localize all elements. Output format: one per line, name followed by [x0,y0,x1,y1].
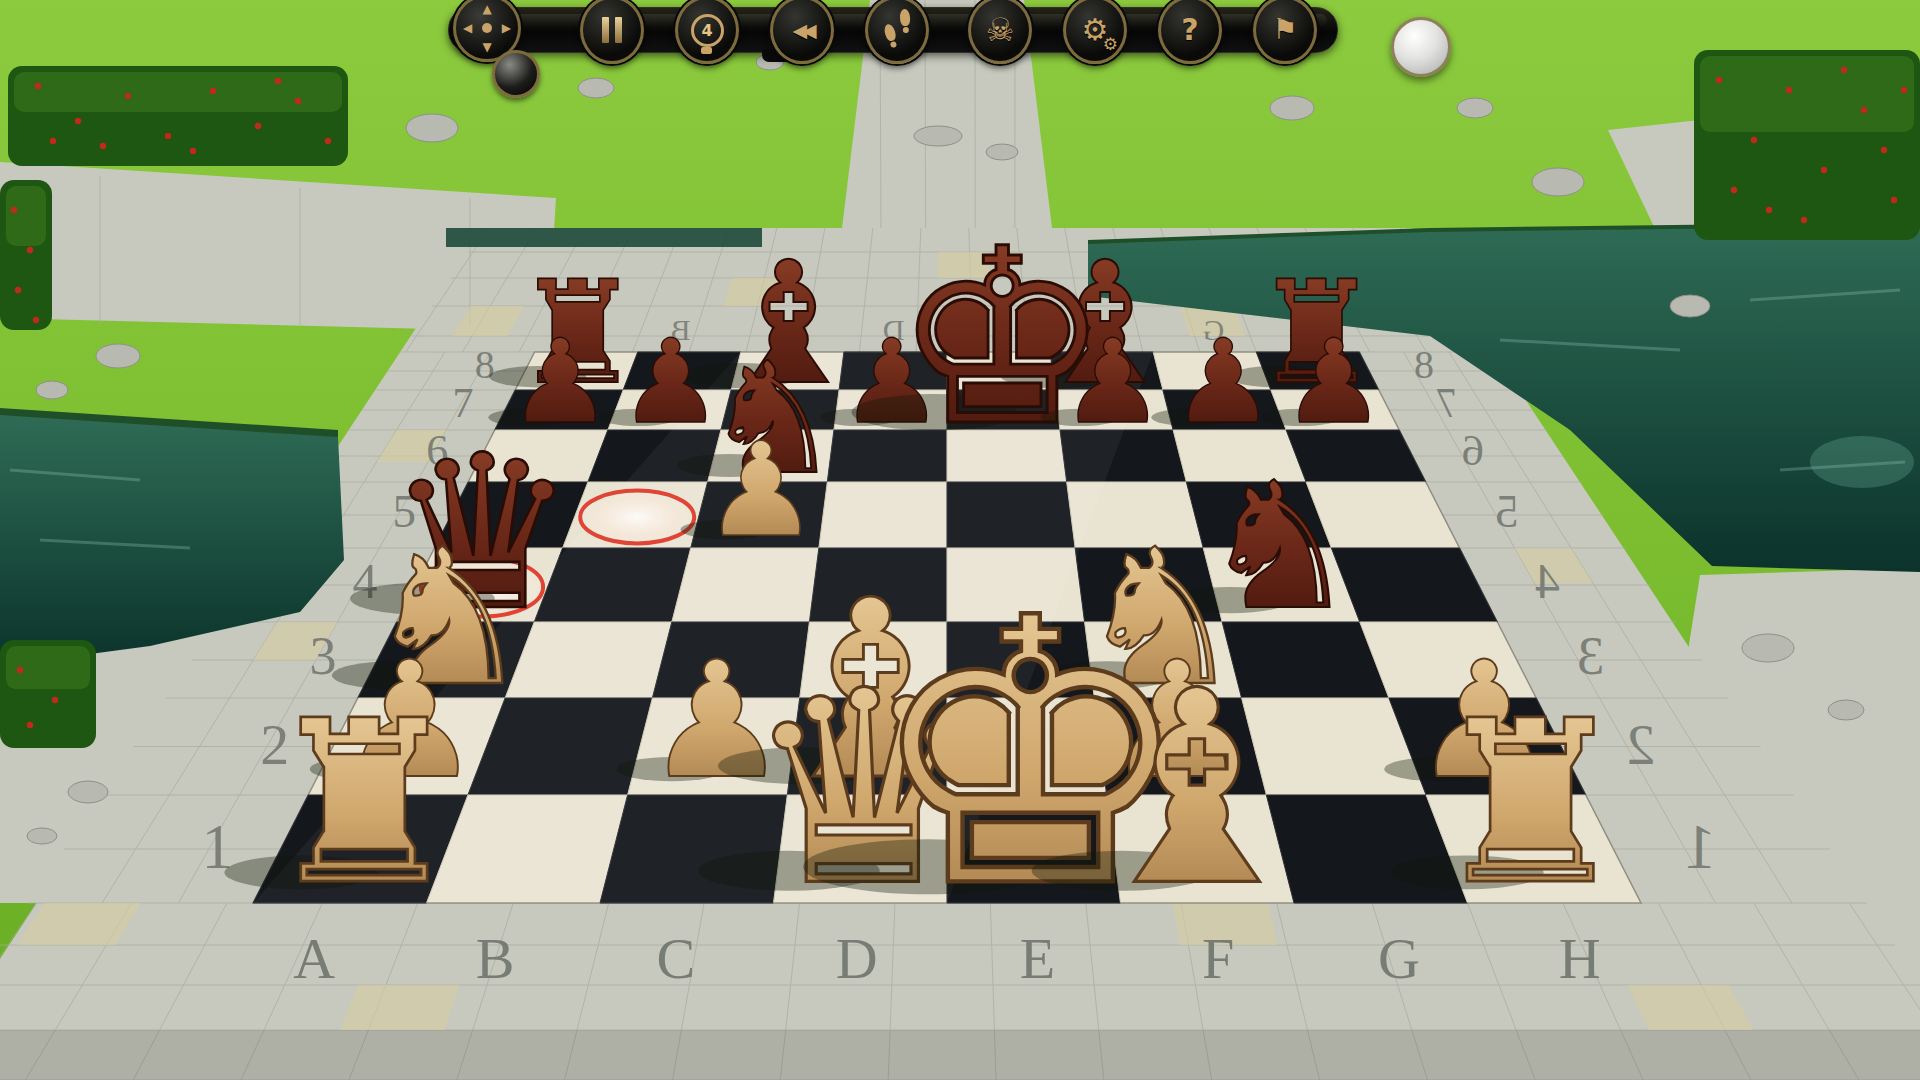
piece-white-pawn-c5[interactable]: ♟ [703,414,820,566]
pause-icon [615,17,622,43]
captures-button[interactable]: ☠ [968,0,1032,64]
resign-button[interactable]: ⚑ [1253,0,1317,64]
rank-label-right-1: 1 [1684,812,1716,882]
file-label-near-B: B [476,926,515,991]
hint-button[interactable]: 4 [675,0,739,64]
piece-white-bishop-f1[interactable]: ♝ [1077,633,1316,944]
camera-orb-icon[interactable] [492,50,540,98]
piece-white-rook-h1[interactable]: ♜ [1429,672,1631,934]
pause-icon [602,17,609,43]
camera-arrow-icon[interactable]: ▲ [482,3,491,15]
rank-label-right-8: 8 [1414,342,1434,387]
camera-arrow-icon[interactable]: ▼ [482,41,491,53]
settings-button[interactable]: ⚙⚙ [1063,0,1127,64]
piece-black-pawn-g7[interactable]: ♟ [1171,314,1275,449]
undo-button[interactable]: ◀◀ [770,0,834,64]
rank-label-right-5: 5 [1495,485,1519,537]
pause-button[interactable] [580,0,644,64]
rank-label-right-6: 6 [1462,426,1484,475]
bulb-icon: 4 [691,14,724,47]
file-label-near-C: C [656,926,695,991]
toolbar: ▲▼◀▶4◀◀☠⚙⚙?⚑ [0,0,1920,120]
camera-arrow-icon[interactable]: ◀ [463,22,472,34]
flag-icon: ⚑ [1272,16,1297,44]
camera-pad-center [482,23,492,33]
white-sphere-icon[interactable] [1391,17,1451,77]
file-label-near-H: H [1559,926,1601,991]
piece-black-pawn-h7[interactable]: ♟ [1282,314,1386,449]
piece-white-rook-a1[interactable]: ♜ [263,672,465,934]
footprints-icon [883,23,897,42]
piece-black-pawn-f7[interactable]: ♟ [1061,314,1165,449]
bottom-shade [0,1030,1920,1080]
gears-icon-small: ⚙ [1103,36,1118,53]
camera-arrow-icon[interactable]: ▶ [502,22,511,34]
help-button[interactable]: ? [1158,0,1222,64]
rank-label-left-8: 8 [475,342,495,387]
moves-button[interactable] [865,0,929,64]
rank-label-right-7: 7 [1436,380,1457,426]
game-window: { "game": "chess", "scene": "3D chess bo… [0,0,1920,1080]
footprints-icon [899,9,910,27]
garden-scene: AABBCCDDEEFFGGHH1122334455667788♜♝♝♜♟♟♟♚… [0,0,1920,1080]
question-icon: ? [1181,15,1198,45]
rank-label-right-4: 4 [1535,553,1560,609]
skull-icon: ☠ [986,14,1015,46]
file-label-near-A: A [293,926,335,991]
file-label-near-G: G [1378,926,1420,991]
rewind-icon: ◀◀ [792,21,811,40]
